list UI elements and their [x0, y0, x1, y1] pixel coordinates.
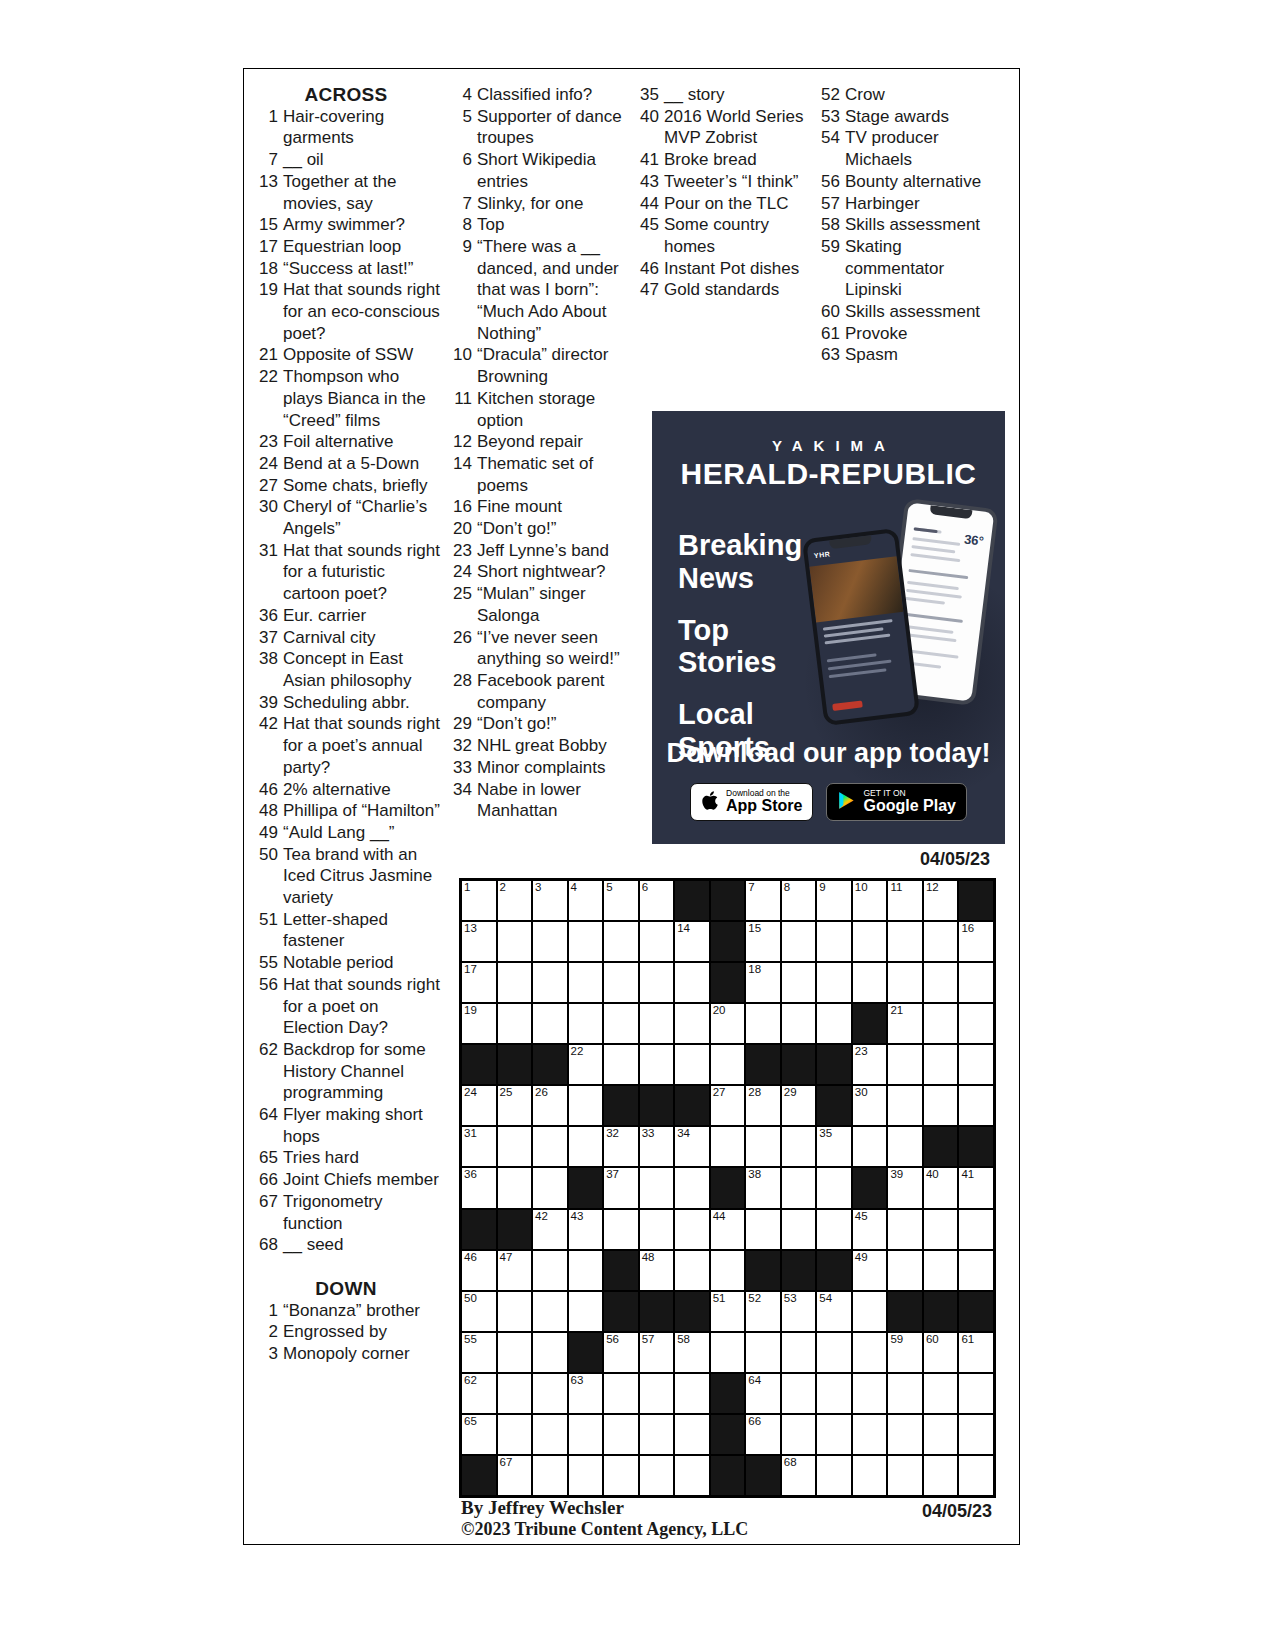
grid-cell[interactable] [924, 1004, 958, 1043]
grid-cell[interactable] [888, 1045, 922, 1084]
grid-cell[interactable] [782, 1127, 816, 1166]
black-cell [924, 1127, 958, 1166]
grid-cell[interactable] [853, 922, 887, 961]
grid-cell[interactable] [640, 1045, 674, 1084]
grid-cell[interactable] [782, 1374, 816, 1413]
down-clue-list-1: 1“Bonanza” brother2Engrossed by3Monopoly… [252, 1300, 440, 1365]
black-cell [604, 1292, 638, 1331]
feature-breaking-news: Breaking News [678, 529, 823, 595]
grid-cell[interactable] [817, 963, 851, 1002]
grid-cell[interactable] [817, 1374, 851, 1413]
clue-number: 26 [446, 627, 477, 670]
clue-number: 24 [446, 561, 477, 583]
clue-number: 46 [633, 258, 664, 280]
clue-number: 40 [633, 106, 664, 149]
grid-cell[interactable] [959, 1086, 993, 1125]
clue-column-4: 52Crow53Stage awards54TV producer Michae… [814, 84, 998, 366]
clue-number: 18 [252, 258, 283, 280]
grid-cell[interactable]: 60 [924, 1333, 958, 1372]
grid-cell[interactable]: 62 [462, 1374, 496, 1413]
grid-cell[interactable]: 33 [640, 1127, 674, 1166]
grid-cell[interactable]: 22 [569, 1045, 603, 1084]
black-cell [746, 1456, 780, 1495]
grid-cell[interactable] [640, 963, 674, 1002]
grid-cell[interactable] [817, 1004, 851, 1043]
grid-cell[interactable] [817, 1333, 851, 1372]
clue-text: Short nightwear? [477, 561, 632, 583]
clue-number: 41 [633, 149, 664, 171]
cell-number: 9 [819, 881, 825, 894]
clue-number: 44 [633, 193, 664, 215]
grid-cell[interactable]: 63 [569, 1374, 603, 1413]
down-clue-54: 54TV producer Michaels [814, 127, 998, 170]
grid-cell[interactable] [569, 1251, 603, 1290]
grid-cell[interactable]: 55 [462, 1333, 496, 1372]
grid-cell[interactable] [498, 1333, 532, 1372]
grid-cell[interactable] [924, 922, 958, 961]
grid-cell[interactable] [604, 1004, 638, 1043]
clue-text: Carnival city [283, 627, 440, 649]
clue-text: __ story [664, 84, 813, 106]
clue-text: Some chats, briefly [283, 475, 440, 497]
grid-cell[interactable] [533, 1004, 567, 1043]
grid-cell[interactable] [675, 1374, 709, 1413]
cell-number: 17 [464, 963, 477, 976]
clue-number: 7 [252, 149, 283, 171]
grid-cell[interactable] [569, 1456, 603, 1495]
grid-cell[interactable]: 17 [462, 963, 496, 1002]
grid-cell[interactable] [569, 963, 603, 1002]
grid-cell[interactable]: 48 [640, 1251, 674, 1290]
clue-column-2: 4Classified info?5Supporter of dance tro… [446, 84, 632, 822]
down-clue-12: 12Beyond repair [446, 431, 632, 453]
grid-cell[interactable]: 68 [782, 1456, 816, 1495]
grid-cell[interactable]: 46 [462, 1251, 496, 1290]
clue-text: Harbinger [845, 193, 998, 215]
grid-cell[interactable] [782, 1333, 816, 1372]
grid-cell[interactable] [924, 1251, 958, 1290]
grid-cell[interactable] [604, 1456, 638, 1495]
grid-cell[interactable] [888, 1127, 922, 1166]
grid-cell[interactable]: 27 [711, 1086, 745, 1125]
crossword-grid: 1234567891011121314151617181920212223242… [459, 878, 996, 1498]
grid-cell[interactable]: 4 [569, 881, 603, 920]
clue-text: Army swimmer? [283, 214, 440, 236]
grid-cell[interactable] [959, 1210, 993, 1249]
grid-cell[interactable]: 28 [746, 1086, 780, 1125]
grid-cell[interactable] [498, 922, 532, 961]
grid-cell[interactable] [924, 1086, 958, 1125]
grid-cell[interactable] [604, 963, 638, 1002]
grid-cell[interactable] [782, 963, 816, 1002]
grid-cell[interactable] [498, 1292, 532, 1331]
grid-cell[interactable] [498, 1374, 532, 1413]
grid-cell[interactable]: 38 [746, 1168, 780, 1207]
down-clue-28: 28Facebook parent company [446, 670, 632, 713]
grid-cell[interactable] [533, 1251, 567, 1290]
grid-cell[interactable] [711, 1333, 745, 1372]
grid-cell[interactable]: 20 [711, 1004, 745, 1043]
clue-text: __ oil [283, 149, 440, 171]
grid-cell[interactable]: 42 [533, 1210, 567, 1249]
cell-number: 50 [464, 1292, 477, 1305]
grid-cell[interactable] [924, 1415, 958, 1454]
grid-cell[interactable] [675, 1004, 709, 1043]
grid-cell[interactable]: 10 [853, 881, 887, 920]
down-clue-11: 11Kitchen storage option [446, 388, 632, 431]
black-cell [675, 1086, 709, 1125]
puzzle-date-bottom: 04/05/23 [800, 1501, 992, 1522]
grid-cell[interactable]: 8 [782, 881, 816, 920]
cell-number: 15 [748, 922, 761, 935]
grid-cell[interactable]: 41 [959, 1168, 993, 1207]
grid-cell[interactable] [746, 1004, 780, 1043]
cell-number: 12 [926, 881, 939, 894]
clue-number: 1 [252, 1300, 283, 1322]
cell-number: 11 [890, 881, 902, 894]
grid-cell[interactable]: 64 [746, 1374, 780, 1413]
cell-number: 30 [855, 1086, 868, 1099]
cell-number: 37 [606, 1168, 619, 1181]
cell-number: 47 [500, 1251, 513, 1264]
google-play-badge[interactable]: GET IT ON Google Play [826, 783, 966, 821]
grid-cell[interactable]: 65 [462, 1415, 496, 1454]
grid-cell[interactable] [888, 1251, 922, 1290]
clue-number: 64 [252, 1104, 283, 1147]
grid-cell[interactable] [959, 1374, 993, 1413]
grid-cell[interactable] [746, 1127, 780, 1166]
grid-cell[interactable]: 51 [711, 1292, 745, 1331]
across-clue-17: 17Equestrian loop [252, 236, 440, 258]
cell-number: 34 [677, 1127, 690, 1140]
grid-cell[interactable] [569, 1086, 603, 1125]
grid-cell[interactable]: 15 [746, 922, 780, 961]
grid-cell[interactable] [533, 1374, 567, 1413]
grid-cell[interactable] [569, 1127, 603, 1166]
grid-cell[interactable] [675, 1168, 709, 1207]
store-badges: Download on the App Store [652, 783, 1005, 821]
grid-cell[interactable] [959, 1456, 993, 1495]
grid-cell[interactable]: 66 [746, 1415, 780, 1454]
grid-cell[interactable]: 61 [959, 1333, 993, 1372]
grid-cell[interactable]: 32 [604, 1127, 638, 1166]
grid-cell[interactable] [675, 1251, 709, 1290]
grid-cell[interactable]: 13 [462, 922, 496, 961]
cell-number: 22 [571, 1045, 584, 1058]
grid-cell[interactable] [782, 1415, 816, 1454]
clue-text: Hat that sounds right for an eco-conscio… [283, 279, 440, 344]
grid-cell[interactable]: 57 [640, 1333, 674, 1372]
grid-cell[interactable] [604, 922, 638, 961]
grid-cell[interactable]: 18 [746, 963, 780, 1002]
grid-cell[interactable] [853, 1456, 887, 1495]
grid-cell[interactable]: 19 [462, 1004, 496, 1043]
grid-cell[interactable] [640, 1456, 674, 1495]
cell-number: 46 [464, 1251, 477, 1264]
grid-cell[interactable] [711, 1127, 745, 1166]
cell-number: 39 [890, 1168, 903, 1181]
cell-number: 13 [464, 922, 477, 935]
grid-cell[interactable] [711, 1045, 745, 1084]
grid-cell[interactable]: 26 [533, 1086, 567, 1125]
grid-cell[interactable] [533, 1292, 567, 1331]
clue-number: 66 [252, 1169, 283, 1191]
down-clue-16: 16Fine mount [446, 496, 632, 518]
grid-cell[interactable] [533, 1333, 567, 1372]
grid-cell[interactable] [782, 1168, 816, 1207]
grid-cell[interactable]: 5 [604, 881, 638, 920]
down-clue-20: 20“Don’t go!” [446, 518, 632, 540]
grid-cell[interactable]: 53 [782, 1292, 816, 1331]
down-clue-list-4: 52Crow53Stage awards54TV producer Michae… [814, 84, 998, 366]
grid-cell[interactable] [924, 1210, 958, 1249]
clue-number: 47 [633, 279, 664, 301]
grid-cell[interactable] [746, 1210, 780, 1249]
grid-cell[interactable]: 43 [569, 1210, 603, 1249]
clue-text: Phillipa of “Hamilton” [283, 800, 440, 822]
down-clue-52: 52Crow [814, 84, 998, 106]
across-clue-42: 42Hat that sounds right for a poet’s ann… [252, 713, 440, 778]
grid-cell[interactable] [498, 1415, 532, 1454]
grid-cell[interactable]: 16 [959, 922, 993, 961]
grid-cell[interactable] [675, 1415, 709, 1454]
clue-text: Fine mount [477, 496, 632, 518]
grid-cell[interactable] [924, 963, 958, 1002]
grid-cell[interactable] [888, 1415, 922, 1454]
across-clue-1: 1Hair-covering garments [252, 106, 440, 149]
grid-cell[interactable] [924, 1045, 958, 1084]
grid-cell[interactable]: 29 [782, 1086, 816, 1125]
grid-cell[interactable]: 25 [498, 1086, 532, 1125]
cell-number: 14 [677, 922, 690, 935]
clue-number: 25 [446, 583, 477, 626]
cell-number: 63 [571, 1374, 584, 1387]
clue-text: “Bonanza” brother [283, 1300, 440, 1322]
app-store-badge[interactable]: Download on the App Store [690, 783, 813, 821]
grid-cell[interactable]: 67 [498, 1456, 532, 1495]
grid-cell[interactable]: 1 [462, 881, 496, 920]
grid-cell[interactable] [853, 1333, 887, 1372]
grid-cell[interactable] [533, 1127, 567, 1166]
grid-cell[interactable]: 58 [675, 1333, 709, 1372]
grid-cell[interactable] [640, 1004, 674, 1043]
down-clue-40: 402016 World Series MVP Zobrist [633, 106, 813, 149]
grid-cell[interactable] [888, 963, 922, 1002]
black-cell [782, 1251, 816, 1290]
grid-cell[interactable]: 34 [675, 1127, 709, 1166]
grid-cell[interactable] [782, 922, 816, 961]
grid-cell[interactable] [888, 1374, 922, 1413]
cell-number: 23 [855, 1045, 868, 1058]
grid-cell[interactable] [533, 1168, 567, 1207]
clue-number: 43 [633, 171, 664, 193]
cell-number: 44 [713, 1210, 726, 1223]
grid-cell[interactable] [604, 1210, 638, 1249]
clue-text: Provoke [845, 323, 998, 345]
grid-cell[interactable] [817, 1456, 851, 1495]
cell-number: 27 [713, 1086, 726, 1099]
grid-cell[interactable] [782, 1210, 816, 1249]
clue-number: 36 [252, 605, 283, 627]
clue-text: Bounty alternative [845, 171, 998, 193]
black-cell [711, 922, 745, 961]
clue-text: Nabe in lower Manhattan [477, 779, 632, 822]
grid-cell[interactable] [640, 922, 674, 961]
grid-cell[interactable]: 37 [604, 1168, 638, 1207]
grid-cell[interactable]: 6 [640, 881, 674, 920]
grid-cell[interactable] [640, 1210, 674, 1249]
grid-cell[interactable] [853, 1374, 887, 1413]
grid-cell[interactable]: 11 [888, 881, 922, 920]
cell-number: 6 [642, 881, 648, 894]
clue-number: 22 [252, 366, 283, 431]
down-clue-33: 33Minor complaints [446, 757, 632, 779]
clue-number: 60 [814, 301, 845, 323]
grid-cell[interactable] [640, 1374, 674, 1413]
grid-cell[interactable]: 59 [888, 1333, 922, 1372]
cell-number: 54 [819, 1292, 832, 1305]
grid-cell[interactable]: 31 [462, 1127, 496, 1166]
cell-number: 26 [535, 1086, 548, 1099]
grid-cell[interactable]: 52 [746, 1292, 780, 1331]
across-clue-24: 24Bend at a 5-Down [252, 453, 440, 475]
grid-cell[interactable] [675, 1456, 709, 1495]
grid-cell[interactable]: 35 [817, 1127, 851, 1166]
black-cell [924, 1292, 958, 1331]
clue-number: 14 [446, 453, 477, 496]
app-button [832, 700, 863, 711]
grid-cell[interactable]: 21 [888, 1004, 922, 1043]
grid-cell[interactable] [533, 963, 567, 1002]
grid-cell[interactable]: 2 [498, 881, 532, 920]
down-clue-56: 56Bounty alternative [814, 171, 998, 193]
grid-cell[interactable] [498, 1168, 532, 1207]
clue-text: Bend at a 5-Down [283, 453, 440, 475]
clue-number: 10 [446, 344, 477, 387]
grid-cell[interactable] [604, 1415, 638, 1454]
grid-cell[interactable] [498, 1004, 532, 1043]
grid-cell[interactable] [888, 922, 922, 961]
cell-number: 43 [571, 1210, 584, 1223]
grid-cell[interactable] [817, 1210, 851, 1249]
grid-cell[interactable] [959, 963, 993, 1002]
grid-cell[interactable] [604, 1045, 638, 1084]
clue-number: 68 [252, 1234, 283, 1256]
grid-cell[interactable]: 12 [924, 881, 958, 920]
grid-cell[interactable] [675, 1210, 709, 1249]
grid-cell[interactable] [604, 1374, 638, 1413]
grid-cell[interactable] [924, 1374, 958, 1413]
grid-cell[interactable] [888, 1456, 922, 1495]
grid-cell[interactable] [817, 1415, 851, 1454]
grid-cell[interactable] [888, 1086, 922, 1125]
grid-cell[interactable]: 54 [817, 1292, 851, 1331]
grid-cell[interactable]: 40 [924, 1168, 958, 1207]
grid-cell[interactable] [817, 1168, 851, 1207]
grid-cell[interactable] [569, 1415, 603, 1454]
clue-number: 56 [252, 974, 283, 1039]
grid-cell[interactable] [533, 1415, 567, 1454]
across-clue-19: 19Hat that sounds right for an eco-consc… [252, 279, 440, 344]
clue-text: “Dracula” director Browning [477, 344, 632, 387]
black-cell [533, 1045, 567, 1084]
grid-cell[interactable] [817, 922, 851, 961]
grid-cell[interactable]: 44 [711, 1210, 745, 1249]
clue-number: 31 [252, 540, 283, 605]
grid-cell[interactable] [959, 1415, 993, 1454]
grid-cell[interactable] [853, 1415, 887, 1454]
grid-cell[interactable] [782, 1004, 816, 1043]
clue-text: “Don’t go!” [477, 713, 632, 735]
grid-cell[interactable] [746, 1333, 780, 1372]
grid-cell[interactable] [533, 922, 567, 961]
grid-cell[interactable] [711, 1251, 745, 1290]
copyright: ©2023 Tribune Content Agency, LLC [461, 1519, 748, 1540]
grid-cell[interactable] [533, 1456, 567, 1495]
grid-cell[interactable] [853, 963, 887, 1002]
grid-cell[interactable] [959, 1004, 993, 1043]
grid-cell[interactable]: 24 [462, 1086, 496, 1125]
grid-cell[interactable]: 47 [498, 1251, 532, 1290]
clue-text: Hat that sounds right for a poet’s annua… [283, 713, 440, 778]
grid-cell[interactable]: 49 [853, 1251, 887, 1290]
grid-cell[interactable] [569, 922, 603, 961]
grid-cell[interactable]: 39 [888, 1168, 922, 1207]
grid-cell[interactable]: 7 [746, 881, 780, 920]
grid-cell[interactable] [959, 1251, 993, 1290]
black-cell [853, 1168, 887, 1207]
grid-cell[interactable] [569, 1292, 603, 1331]
grid-cell[interactable] [569, 1004, 603, 1043]
grid-cell[interactable] [640, 1415, 674, 1454]
newspaper-crossword-page: ACROSS 1Hair-covering garments7__ oil13T… [0, 0, 1265, 1638]
grid-cell[interactable] [675, 963, 709, 1002]
grid-cell[interactable]: 36 [462, 1168, 496, 1207]
grid-cell[interactable]: 3 [533, 881, 567, 920]
cell-number: 2 [500, 881, 506, 894]
clue-text: “I’ve never seen anything so weird!” [477, 627, 632, 670]
grid-cell[interactable] [498, 963, 532, 1002]
grid-cell[interactable] [888, 1210, 922, 1249]
grid-cell[interactable] [675, 1045, 709, 1084]
ad-cta: Download our app today! [652, 738, 1005, 769]
across-clue-31: 31Hat that sounds right for a futuristic… [252, 540, 440, 605]
clue-text: Broke bread [664, 149, 813, 171]
grid-cell[interactable]: 56 [604, 1333, 638, 1372]
grid-cell[interactable] [640, 1168, 674, 1207]
google-play-icon [837, 790, 856, 815]
clue-text: NHL great Bobby [477, 735, 632, 757]
down-clue-46: 46Instant Pot dishes [633, 258, 813, 280]
grid-cell[interactable] [959, 1045, 993, 1084]
grid-cell[interactable]: 45 [853, 1210, 887, 1249]
grid-cell[interactable]: 9 [817, 881, 851, 920]
across-clue-15: 15Army swimmer? [252, 214, 440, 236]
clue-text: Hat that sounds right for a poet on Elec… [283, 974, 440, 1039]
clue-text: 2% alternative [283, 779, 440, 801]
grid-cell[interactable] [498, 1127, 532, 1166]
cell-number: 58 [677, 1333, 690, 1346]
grid-cell[interactable] [853, 1292, 887, 1331]
grid-cell[interactable]: 50 [462, 1292, 496, 1331]
grid-cell[interactable] [924, 1456, 958, 1495]
grid-cell[interactable]: 23 [853, 1045, 887, 1084]
grid-cell[interactable] [853, 1127, 887, 1166]
grid-cell[interactable]: 14 [675, 922, 709, 961]
black-cell [675, 1292, 709, 1331]
grid-cell[interactable]: 30 [853, 1086, 887, 1125]
across-clue-62: 62Backdrop for some History Channel prog… [252, 1039, 440, 1104]
